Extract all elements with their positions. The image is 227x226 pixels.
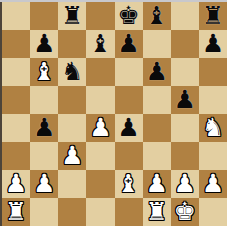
square-c2[interactable] — [58, 170, 86, 198]
square-e5[interactable] — [115, 86, 143, 114]
white-pawn-icon: ♟ — [61, 142, 83, 170]
square-a8[interactable] — [2, 2, 30, 30]
square-a2[interactable]: ♟ — [2, 170, 30, 198]
black-pawn-icon: ♟ — [145, 58, 167, 86]
square-e4[interactable]: ♟ — [115, 114, 143, 142]
square-g3[interactable] — [171, 142, 199, 170]
square-e3[interactable] — [115, 142, 143, 170]
square-d2[interactable] — [86, 170, 114, 198]
square-b5[interactable] — [30, 86, 58, 114]
square-g7[interactable] — [171, 30, 199, 58]
black-pawn-icon: ♟ — [117, 30, 139, 58]
square-a4[interactable] — [2, 114, 30, 142]
square-h7[interactable]: ♟ — [199, 30, 227, 58]
black-pawn-icon: ♟ — [202, 30, 224, 58]
square-h8[interactable]: ♜ — [199, 2, 227, 30]
square-f5[interactable] — [143, 86, 171, 114]
white-pawn-icon: ♟ — [5, 170, 27, 198]
square-f4[interactable] — [143, 114, 171, 142]
square-b4[interactable]: ♟ — [30, 114, 58, 142]
square-c8[interactable]: ♜ — [58, 2, 86, 30]
square-c1[interactable] — [58, 198, 86, 226]
square-d1[interactable] — [86, 198, 114, 226]
square-f3[interactable] — [143, 142, 171, 170]
white-rook-icon: ♜ — [5, 198, 27, 226]
black-pawn-icon: ♟ — [117, 114, 139, 142]
square-e7[interactable]: ♟ — [115, 30, 143, 58]
square-a6[interactable] — [2, 58, 30, 86]
black-pawn-icon: ♟ — [33, 114, 55, 142]
square-f2[interactable]: ♟ — [143, 170, 171, 198]
square-g1[interactable]: ♚ — [171, 198, 199, 226]
black-knight-icon: ♞ — [61, 58, 83, 86]
black-rook-icon: ♜ — [61, 2, 83, 30]
square-h6[interactable] — [199, 58, 227, 86]
square-d7[interactable]: ♝ — [86, 30, 114, 58]
square-h4[interactable]: ♞ — [199, 114, 227, 142]
square-d6[interactable] — [86, 58, 114, 86]
square-f6[interactable]: ♟ — [143, 58, 171, 86]
square-h1[interactable] — [199, 198, 227, 226]
black-bishop-icon: ♝ — [145, 2, 167, 30]
white-pawn-icon: ♟ — [202, 170, 224, 198]
black-rook-icon: ♜ — [202, 2, 224, 30]
black-king-icon: ♚ — [117, 2, 139, 30]
black-pawn-icon: ♟ — [33, 30, 55, 58]
square-b2[interactable]: ♟ — [30, 170, 58, 198]
square-g2[interactable]: ♟ — [171, 170, 199, 198]
white-pawn-icon: ♟ — [145, 170, 167, 198]
square-f7[interactable] — [143, 30, 171, 58]
square-g6[interactable] — [171, 58, 199, 86]
square-f1[interactable]: ♜ — [143, 198, 171, 226]
square-a5[interactable] — [2, 86, 30, 114]
square-g8[interactable] — [171, 2, 199, 30]
square-d3[interactable] — [86, 142, 114, 170]
square-d8[interactable] — [86, 2, 114, 30]
square-b6[interactable]: ♝ — [30, 58, 58, 86]
square-h3[interactable] — [199, 142, 227, 170]
square-e1[interactable] — [115, 198, 143, 226]
square-a3[interactable] — [2, 142, 30, 170]
white-knight-icon: ♞ — [202, 114, 224, 142]
square-h5[interactable] — [199, 86, 227, 114]
square-e2[interactable]: ♝ — [115, 170, 143, 198]
square-c5[interactable] — [58, 86, 86, 114]
square-c6[interactable]: ♞ — [58, 58, 86, 86]
chess-board: ♜♚♝♜♟♝♟♟♝♞♟♟♟♟♟♞♟♟♟♝♟♟♟♜♜♚ — [2, 2, 227, 226]
black-pawn-icon: ♟ — [174, 86, 196, 114]
square-d5[interactable] — [86, 86, 114, 114]
white-rook-icon: ♜ — [145, 198, 167, 226]
white-pawn-icon: ♟ — [174, 170, 196, 198]
chess-board-screenshot: ♜♚♝♜♟♝♟♟♝♞♟♟♟♟♟♞♟♟♟♝♟♟♟♜♜♚ — [0, 0, 227, 226]
square-b8[interactable] — [30, 2, 58, 30]
white-pawn-icon: ♟ — [33, 170, 55, 198]
white-pawn-icon: ♟ — [89, 114, 111, 142]
white-king-icon: ♚ — [174, 198, 196, 226]
square-a7[interactable] — [2, 30, 30, 58]
square-h2[interactable]: ♟ — [199, 170, 227, 198]
square-c4[interactable] — [58, 114, 86, 142]
square-b1[interactable] — [30, 198, 58, 226]
white-bishop-icon: ♝ — [33, 58, 55, 86]
square-e8[interactable]: ♚ — [115, 2, 143, 30]
square-b3[interactable] — [30, 142, 58, 170]
square-d4[interactable]: ♟ — [86, 114, 114, 142]
square-c3[interactable]: ♟ — [58, 142, 86, 170]
white-bishop-icon: ♝ — [117, 170, 139, 198]
square-a1[interactable]: ♜ — [2, 198, 30, 226]
square-g5[interactable]: ♟ — [171, 86, 199, 114]
square-g4[interactable] — [171, 114, 199, 142]
square-c7[interactable] — [58, 30, 86, 58]
black-bishop-icon: ♝ — [89, 30, 111, 58]
square-f8[interactable]: ♝ — [143, 2, 171, 30]
square-b7[interactable]: ♟ — [30, 30, 58, 58]
square-e6[interactable] — [115, 58, 143, 86]
